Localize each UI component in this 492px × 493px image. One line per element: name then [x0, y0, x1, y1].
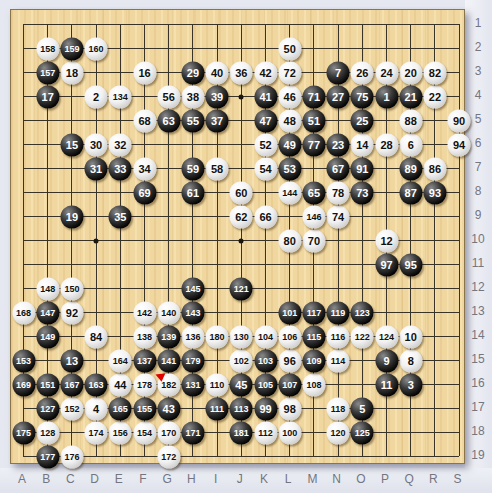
stone-Q14: 10 [399, 325, 422, 348]
row-label-4: 4 [475, 88, 482, 102]
stone-move-number: 37 [211, 115, 223, 126]
stone-move-number: 117 [307, 308, 322, 317]
stone-move-number: 23 [332, 139, 344, 150]
stone-move-number: 48 [284, 115, 296, 126]
stone-move-number: 121 [234, 284, 249, 293]
stone-move-number: 86 [429, 163, 441, 174]
stone-E16: 44 [109, 373, 132, 396]
stone-C3: 18 [60, 61, 83, 84]
stone-Q8: 87 [399, 181, 422, 204]
stone-move-number: 105 [258, 380, 273, 389]
stone-H14: 136 [181, 325, 204, 348]
stone-move-number: 5 [359, 403, 365, 414]
stone-K14: 104 [254, 325, 277, 348]
stone-D16: 163 [85, 373, 108, 396]
stone-E15: 164 [109, 349, 132, 372]
stone-move-number: 167 [64, 380, 79, 389]
stone-P4: 1 [375, 85, 398, 108]
stone-C13: 92 [60, 301, 83, 324]
stone-K6: 52 [254, 133, 277, 156]
row-label-13: 13 [471, 304, 484, 318]
stone-R3: 82 [423, 61, 446, 84]
col-label-O: O [356, 472, 365, 486]
stone-O18: 125 [351, 421, 374, 444]
stone-move-number: 66 [259, 211, 271, 222]
stone-H18: 171 [181, 421, 204, 444]
stone-move-number: 68 [138, 115, 150, 126]
stone-N8: 78 [327, 181, 350, 204]
stone-L8: 144 [278, 181, 301, 204]
stone-move-number: 127 [40, 404, 55, 413]
stone-N17: 118 [327, 397, 350, 420]
stone-F7: 34 [133, 157, 156, 180]
stone-move-number: 103 [258, 356, 273, 365]
stone-move-number: 108 [306, 380, 321, 389]
row-label-6: 6 [475, 136, 482, 150]
stone-I7: 58 [206, 157, 229, 180]
stone-A18: 175 [12, 421, 35, 444]
stone-I14: 180 [206, 325, 229, 348]
row-label-10: 10 [471, 232, 484, 246]
stone-move-number: 154 [137, 428, 152, 437]
stone-move-number: 145 [185, 284, 200, 293]
stone-move-number: 118 [331, 404, 346, 413]
stone-move-number: 131 [185, 380, 200, 389]
stone-move-number: 56 [163, 91, 175, 102]
stone-H15: 179 [181, 349, 204, 372]
stone-B18: 128 [36, 421, 59, 444]
col-label-I: I [214, 472, 217, 486]
stone-move-number: 92 [66, 307, 78, 318]
stone-C2: 159 [60, 37, 83, 60]
col-label-S: S [454, 472, 462, 486]
stone-E4: 134 [109, 85, 132, 108]
stone-L18: 100 [278, 421, 301, 444]
stone-L14: 106 [278, 325, 301, 348]
stone-move-number: 159 [64, 44, 79, 53]
row-label-19: 19 [471, 448, 484, 462]
stone-Q5: 88 [399, 109, 422, 132]
stone-A16: 169 [12, 373, 35, 396]
row-label-8: 8 [475, 184, 482, 198]
stone-move-number: 51 [308, 115, 320, 126]
stone-move-number: 171 [185, 428, 200, 437]
stone-move-number: 157 [40, 68, 55, 77]
stone-move-number: 107 [282, 380, 297, 389]
stone-C12: 150 [60, 277, 83, 300]
stone-K16: 105 [254, 373, 277, 396]
stone-A15: 153 [12, 349, 35, 372]
last-move-marker-icon [156, 373, 167, 382]
stone-move-number: 18 [66, 67, 78, 78]
stone-move-number: 24 [380, 67, 392, 78]
stone-O3: 26 [351, 61, 374, 84]
stone-O8: 73 [351, 181, 374, 204]
col-label-M: M [307, 472, 317, 486]
stone-S6: 94 [448, 133, 471, 156]
stone-move-number: 163 [89, 380, 104, 389]
stone-D6: 30 [85, 133, 108, 156]
stone-move-number: 169 [16, 380, 31, 389]
stone-H13: 143 [181, 301, 204, 324]
stone-R8: 93 [423, 181, 446, 204]
stone-N15: 114 [327, 349, 350, 372]
stone-H8: 61 [181, 181, 204, 204]
stone-F17: 155 [133, 397, 156, 420]
col-label-E: E [115, 472, 123, 486]
stone-M16: 108 [302, 373, 325, 396]
stone-O6: 14 [351, 133, 374, 156]
stone-move-number: 165 [113, 404, 128, 413]
stone-O13: 123 [351, 301, 374, 324]
stone-J3: 36 [230, 61, 253, 84]
stone-move-number: 63 [163, 115, 175, 126]
stone-F5: 68 [133, 109, 156, 132]
stone-I17: 111 [206, 397, 229, 420]
stone-move-number: 181 [234, 428, 249, 437]
stone-M10: 70 [302, 229, 325, 252]
stone-L7: 53 [278, 157, 301, 180]
stone-J15: 102 [230, 349, 253, 372]
stone-move-number: 141 [161, 356, 176, 365]
stone-M5: 51 [302, 109, 325, 132]
stone-move-number: 109 [306, 356, 321, 365]
stone-move-number: 8 [408, 355, 414, 366]
col-label-N: N [332, 472, 341, 486]
stone-move-number: 52 [259, 139, 271, 150]
stone-D17: 4 [85, 397, 108, 420]
stone-N18: 120 [327, 421, 350, 444]
stone-move-number: 151 [40, 380, 55, 389]
stone-move-number: 45 [235, 379, 247, 390]
stone-R7: 86 [423, 157, 446, 180]
stone-move-number: 4 [93, 403, 99, 414]
stone-move-number: 69 [138, 187, 150, 198]
stone-G14: 139 [157, 325, 180, 348]
stone-C19: 176 [60, 445, 83, 468]
stone-move-number: 142 [137, 308, 152, 317]
stone-F3: 16 [133, 61, 156, 84]
stone-M14: 115 [302, 325, 325, 348]
stone-move-number: 96 [284, 355, 296, 366]
star-point-D10 [94, 238, 99, 243]
col-label-D: D [90, 472, 99, 486]
stone-move-number: 39 [211, 91, 223, 102]
stone-move-number: 46 [284, 91, 296, 102]
stone-move-number: 110 [210, 380, 225, 389]
stone-move-number: 17 [42, 91, 54, 102]
stone-move-number: 146 [306, 212, 321, 221]
stone-move-number: 22 [429, 91, 441, 102]
go-board[interactable]: 1234567891011121314151617181920212223242… [10, 9, 465, 464]
stone-F16: 178 [133, 373, 156, 396]
stone-move-number: 54 [259, 163, 271, 174]
stone-K9: 66 [254, 205, 277, 228]
stone-move-number: 95 [405, 259, 417, 270]
stone-move-number: 112 [258, 428, 273, 437]
stone-move-number: 160 [89, 44, 104, 53]
col-label-B: B [42, 472, 50, 486]
row-label-9: 9 [475, 208, 482, 222]
stone-H4: 38 [181, 85, 204, 108]
stone-move-number: 20 [405, 67, 417, 78]
stone-G4: 56 [157, 85, 180, 108]
stone-N9: 74 [327, 205, 350, 228]
stone-Q4: 21 [399, 85, 422, 108]
stone-move-number: 176 [64, 452, 79, 461]
stone-O17: 5 [351, 397, 374, 420]
stone-move-number: 139 [161, 332, 176, 341]
stone-move-number: 125 [355, 428, 370, 437]
stone-move-number: 136 [185, 332, 200, 341]
stone-L17: 98 [278, 397, 301, 420]
stone-E17: 165 [109, 397, 132, 420]
stone-M8: 65 [302, 181, 325, 204]
stone-K18: 112 [254, 421, 277, 444]
stone-move-number: 2 [93, 91, 99, 102]
stone-I3: 40 [206, 61, 229, 84]
stone-L4: 46 [278, 85, 301, 108]
stone-C6: 15 [60, 133, 83, 156]
star-point-J4 [239, 94, 244, 99]
stone-A13: 168 [12, 301, 35, 324]
stone-Q7: 89 [399, 157, 422, 180]
stone-O5: 25 [351, 109, 374, 132]
stone-move-number: 158 [40, 44, 55, 53]
go-app-window: 1234567891011121314151617181920212223242… [0, 0, 492, 493]
stone-move-number: 80 [284, 235, 296, 246]
stone-move-number: 156 [113, 428, 128, 437]
stone-P14: 124 [375, 325, 398, 348]
stone-move-number: 143 [185, 308, 200, 317]
row-label-18: 18 [471, 424, 484, 438]
stone-move-number: 7 [335, 67, 341, 78]
stone-L15: 96 [278, 349, 301, 372]
col-label-F: F [139, 472, 146, 486]
stone-E7: 33 [109, 157, 132, 180]
stone-P16: 11 [375, 373, 398, 396]
stone-move-number: 111 [210, 404, 224, 413]
stone-move-number: 115 [307, 332, 322, 341]
stone-move-number: 14 [356, 139, 368, 150]
stone-move-number: 10 [405, 331, 417, 342]
row-label-7: 7 [475, 160, 482, 174]
stone-D18: 174 [85, 421, 108, 444]
stone-Q15: 8 [399, 349, 422, 372]
col-label-P: P [381, 472, 389, 486]
stone-move-number: 11 [381, 379, 393, 390]
stone-Q3: 20 [399, 61, 422, 84]
stone-move-number: 34 [138, 163, 150, 174]
col-label-A: A [18, 472, 26, 486]
stone-move-number: 28 [380, 139, 392, 150]
stone-J9: 62 [230, 205, 253, 228]
stone-move-number: 149 [40, 332, 55, 341]
stone-move-number: 104 [258, 332, 273, 341]
stone-move-number: 21 [405, 91, 417, 102]
stone-move-number: 116 [331, 332, 346, 341]
col-label-K: K [260, 472, 268, 486]
stone-B4: 17 [36, 85, 59, 108]
stone-B12: 148 [36, 277, 59, 300]
stone-move-number: 35 [114, 211, 126, 222]
stone-move-number: 9 [383, 355, 389, 366]
stone-move-number: 16 [138, 67, 150, 78]
stone-M13: 117 [302, 301, 325, 324]
stone-L5: 48 [278, 109, 301, 132]
stone-P3: 24 [375, 61, 398, 84]
stone-move-number: 71 [308, 91, 320, 102]
stone-move-number: 144 [282, 188, 297, 197]
stone-C9: 19 [60, 205, 83, 228]
stone-G15: 141 [157, 349, 180, 372]
stone-move-number: 102 [234, 356, 249, 365]
stone-move-number: 74 [332, 211, 344, 222]
stone-move-number: 73 [356, 187, 368, 198]
stone-K5: 47 [254, 109, 277, 132]
stone-Q16: 3 [399, 373, 422, 396]
stone-move-number: 53 [284, 163, 296, 174]
stone-move-number: 55 [187, 115, 199, 126]
stone-move-number: 174 [89, 428, 104, 437]
stone-move-number: 137 [137, 356, 152, 365]
stone-K15: 103 [254, 349, 277, 372]
stone-P11: 97 [375, 253, 398, 276]
stone-move-number: 82 [429, 67, 441, 78]
stone-move-number: 168 [16, 308, 31, 317]
stone-move-number: 47 [259, 115, 271, 126]
row-label-17: 17 [471, 400, 484, 414]
stone-move-number: 1 [383, 91, 389, 102]
row-label-14: 14 [471, 328, 484, 342]
stone-move-number: 172 [161, 452, 176, 461]
stone-move-number: 147 [40, 308, 55, 317]
stone-G17: 43 [157, 397, 180, 420]
stone-move-number: 87 [405, 187, 417, 198]
stone-move-number: 29 [187, 67, 199, 78]
stone-move-number: 59 [187, 163, 199, 174]
stone-move-number: 90 [453, 115, 465, 126]
stone-move-number: 65 [308, 187, 320, 198]
stone-move-number: 175 [16, 428, 31, 437]
stone-H12: 145 [181, 277, 204, 300]
stone-move-number: 128 [40, 428, 55, 437]
stone-D2: 160 [85, 37, 108, 60]
stone-move-number: 75 [356, 91, 368, 102]
stone-move-number: 50 [284, 43, 296, 54]
stone-F13: 142 [133, 301, 156, 324]
stone-move-number: 38 [187, 91, 199, 102]
stone-move-number: 120 [331, 428, 346, 437]
stone-Q11: 95 [399, 253, 422, 276]
stone-B3: 157 [36, 61, 59, 84]
stone-E9: 35 [109, 205, 132, 228]
stone-move-number: 72 [284, 67, 296, 78]
stone-N13: 119 [327, 301, 350, 324]
stone-J17: 113 [230, 397, 253, 420]
stone-move-number: 93 [429, 187, 441, 198]
stone-B17: 127 [36, 397, 59, 420]
stone-G18: 170 [157, 421, 180, 444]
stone-L3: 72 [278, 61, 301, 84]
stone-M4: 71 [302, 85, 325, 108]
row-label-5: 5 [475, 112, 482, 126]
stone-F18: 154 [133, 421, 156, 444]
stone-move-number: 33 [114, 163, 126, 174]
col-label-H: H [187, 472, 196, 486]
stone-K3: 42 [254, 61, 277, 84]
stone-C17: 152 [60, 397, 83, 420]
col-label-Q: Q [405, 472, 414, 486]
col-label-R: R [429, 472, 438, 486]
stone-move-number: 148 [40, 284, 55, 293]
stone-B14: 149 [36, 325, 59, 348]
stone-N4: 27 [327, 85, 350, 108]
stone-D14: 84 [85, 325, 108, 348]
stone-F14: 138 [133, 325, 156, 348]
stone-M9: 146 [302, 205, 325, 228]
stone-move-number: 119 [331, 308, 346, 317]
stone-M6: 77 [302, 133, 325, 156]
stone-F15: 137 [133, 349, 156, 372]
stone-move-number: 164 [113, 356, 128, 365]
col-label-L: L [285, 472, 292, 486]
stone-N7: 67 [327, 157, 350, 180]
stone-L6: 49 [278, 133, 301, 156]
stone-H5: 55 [181, 109, 204, 132]
stone-H7: 59 [181, 157, 204, 180]
stone-move-number: 6 [408, 139, 414, 150]
stone-move-number: 31 [90, 163, 102, 174]
stone-P15: 9 [375, 349, 398, 372]
row-label-12: 12 [471, 280, 484, 294]
stone-move-number: 178 [137, 380, 152, 389]
stone-L13: 101 [278, 301, 301, 324]
stone-R4: 22 [423, 85, 446, 108]
stone-H16: 131 [181, 373, 204, 396]
stone-move-number: 177 [40, 452, 55, 461]
stone-move-number: 42 [259, 67, 271, 78]
stone-F8: 69 [133, 181, 156, 204]
stone-move-number: 122 [355, 332, 370, 341]
stone-move-number: 27 [332, 91, 344, 102]
stone-move-number: 150 [64, 284, 79, 293]
stone-move-number: 114 [331, 356, 346, 365]
stone-move-number: 78 [332, 187, 344, 198]
stone-move-number: 67 [332, 163, 344, 174]
row-label-1: 1 [475, 16, 482, 30]
stone-B19: 177 [36, 445, 59, 468]
stone-move-number: 123 [355, 308, 370, 317]
stone-move-number: 179 [185, 356, 200, 365]
stone-J16: 45 [230, 373, 253, 396]
stone-G13: 140 [157, 301, 180, 324]
stone-K17: 99 [254, 397, 277, 420]
grid-line-vertical [459, 24, 460, 456]
stone-K4: 41 [254, 85, 277, 108]
stone-move-number: 12 [380, 235, 392, 246]
stone-G5: 63 [157, 109, 180, 132]
stone-J12: 121 [230, 277, 253, 300]
stone-move-number: 180 [210, 332, 225, 341]
stone-C16: 167 [60, 373, 83, 396]
stone-N6: 23 [327, 133, 350, 156]
stone-N3: 7 [327, 61, 350, 84]
stone-move-number: 99 [259, 403, 271, 414]
stone-O4: 75 [351, 85, 374, 108]
stone-L16: 107 [278, 373, 301, 396]
stone-move-number: 91 [356, 163, 368, 174]
